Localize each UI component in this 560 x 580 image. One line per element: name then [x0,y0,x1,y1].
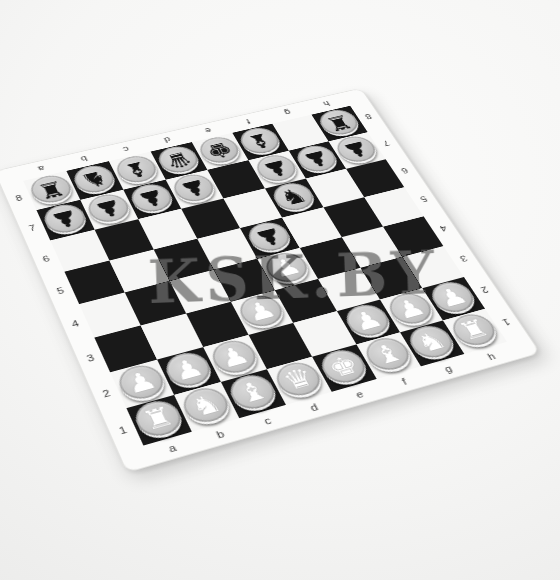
piece-glyph: ♟ [251,223,287,249]
piece-glyph: ♟ [339,137,374,161]
piece-glyph: ♟ [348,306,387,335]
piece-glyph: ♟ [47,206,82,232]
piece-glyph: ♜ [454,315,493,344]
piece-glyph: ♛ [161,147,196,171]
piece-glyph: ♞ [411,327,450,356]
piece-glyph: ♟ [169,354,208,385]
piece-glyph: ♟ [215,342,254,372]
piece-glyph: ♝ [233,376,273,407]
piece-glyph: ♚ [324,351,364,381]
piece-black-pawn-a7: ♟ [40,201,90,236]
piece-glyph: ♟ [391,294,430,322]
piece-glyph: ♞ [77,167,112,192]
photo-stage: abcdefgh abcdefgh 87654321 87654321 ♜♞♝♛… [0,0,560,580]
piece-glyph: ♟ [299,147,334,171]
piece-glyph: ♞ [276,184,312,209]
piece-glyph: ♟ [259,156,294,180]
piece-glyph: ♟ [268,254,305,281]
piece-glyph: ♟ [134,185,169,210]
piece-glyph: ♝ [243,129,277,152]
piece-glyph: ♜ [138,402,178,434]
piece-glyph: ♟ [242,297,280,326]
piece-glyph: ♝ [368,339,407,369]
piece-glyph: ♟ [122,367,161,398]
piece-glyph: ♜ [322,111,356,134]
piece-glyph: ♜ [34,177,69,202]
piece-glyph: ♟ [433,283,471,311]
piece-black-rook-a8: ♜ [26,172,75,206]
piece-glyph: ♚ [202,138,236,162]
piece-glyph: ♟ [176,175,211,200]
piece-glyph: ♛ [279,364,319,395]
chess-mat: abcdefgh abcdefgh 87654321 87654321 ♜♞♝♛… [0,88,541,473]
piece-glyph: ♞ [186,389,226,421]
piece-glyph: ♝ [119,157,154,181]
piece-glyph: ♟ [91,195,126,221]
